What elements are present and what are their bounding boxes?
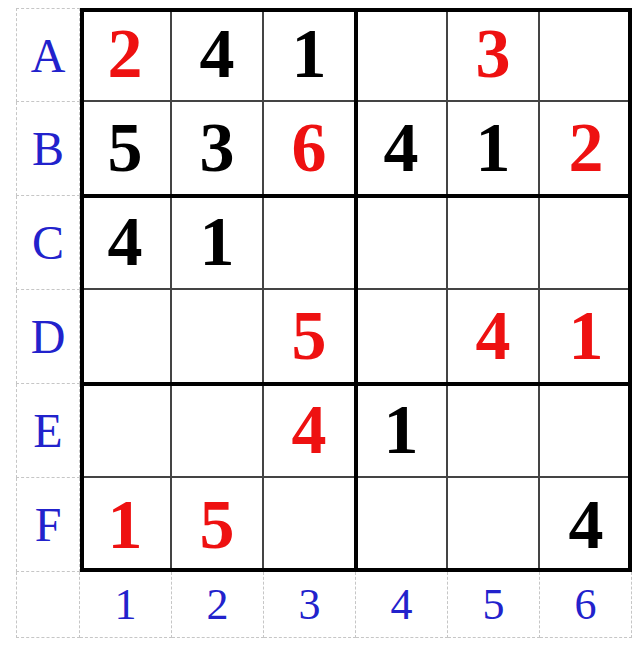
row-label-F: F — [16, 478, 80, 572]
cell-value: 1 — [476, 113, 511, 183]
cell-B3[interactable]: 6 — [264, 102, 356, 196]
cell-B1[interactable]: 5 — [80, 102, 172, 196]
cell-E4[interactable]: 1 — [356, 384, 448, 478]
cell-A5[interactable]: 3 — [448, 8, 540, 102]
corner-cell — [16, 572, 80, 638]
cell-F3[interactable] — [264, 478, 356, 572]
cell-value: 5 — [292, 301, 327, 371]
cell-F5[interactable] — [448, 478, 540, 572]
cell-A4[interactable] — [356, 8, 448, 102]
cell-value: 4 — [476, 301, 511, 371]
cell-C2[interactable]: 1 — [172, 196, 264, 290]
col-label-6: 6 — [540, 572, 632, 638]
cell-C3[interactable] — [264, 196, 356, 290]
cell-B5[interactable]: 1 — [448, 102, 540, 196]
cell-A1[interactable]: 2 — [80, 8, 172, 102]
cell-D3[interactable]: 5 — [264, 290, 356, 384]
cell-E2[interactable] — [172, 384, 264, 478]
cell-D1[interactable] — [80, 290, 172, 384]
cell-value: 6 — [292, 113, 327, 183]
row-label-D: D — [16, 290, 80, 384]
cell-value: 4 — [200, 19, 235, 89]
cell-B2[interactable]: 3 — [172, 102, 264, 196]
cell-value: 4 — [292, 395, 327, 465]
cell-value: 1 — [569, 301, 604, 371]
cell-C6[interactable] — [540, 196, 632, 290]
cell-value: 4 — [384, 113, 419, 183]
cell-E3[interactable]: 4 — [264, 384, 356, 478]
cell-value: 4 — [569, 490, 604, 560]
cell-F6[interactable]: 4 — [540, 478, 632, 572]
cell-F2[interactable]: 5 — [172, 478, 264, 572]
cell-value: 4 — [108, 207, 143, 277]
col-label-3: 3 — [264, 572, 356, 638]
cell-A2[interactable]: 4 — [172, 8, 264, 102]
cell-E1[interactable] — [80, 384, 172, 478]
col-label-4: 4 — [356, 572, 448, 638]
row-label-A: A — [16, 8, 80, 102]
cell-E6[interactable] — [540, 384, 632, 478]
row-label-E: E — [16, 384, 80, 478]
cell-F4[interactable] — [356, 478, 448, 572]
cell-value: 1 — [200, 207, 235, 277]
cell-A6[interactable] — [540, 8, 632, 102]
cell-value: 5 — [200, 490, 235, 560]
col-label-2: 2 — [172, 572, 264, 638]
cell-B6[interactable]: 2 — [540, 102, 632, 196]
cell-D5[interactable]: 4 — [448, 290, 540, 384]
cell-value: 2 — [108, 19, 143, 89]
row-label-B: B — [16, 102, 80, 196]
cell-C5[interactable] — [448, 196, 540, 290]
cell-F1[interactable]: 1 — [80, 478, 172, 572]
cell-E5[interactable] — [448, 384, 540, 478]
cell-D6[interactable]: 1 — [540, 290, 632, 384]
cell-value: 5 — [108, 113, 143, 183]
cell-value: 1 — [108, 490, 143, 560]
cell-A3[interactable]: 1 — [264, 8, 356, 102]
cell-value: 3 — [476, 19, 511, 89]
row-label-C: C — [16, 196, 80, 290]
cell-C1[interactable]: 4 — [80, 196, 172, 290]
cell-D4[interactable] — [356, 290, 448, 384]
sudoku-table: A2413B536412C41D541E41F154123456 — [16, 8, 632, 638]
cell-value: 1 — [384, 395, 419, 465]
col-label-1: 1 — [80, 572, 172, 638]
cell-value: 1 — [292, 19, 327, 89]
cell-value: 3 — [200, 113, 235, 183]
col-label-5: 5 — [448, 572, 540, 638]
cell-value: 2 — [569, 113, 604, 183]
cell-D2[interactable] — [172, 290, 264, 384]
cell-C4[interactable] — [356, 196, 448, 290]
cell-B4[interactable]: 4 — [356, 102, 448, 196]
sudoku-page: A2413B536412C41D541E41F154123456 — [0, 0, 640, 655]
